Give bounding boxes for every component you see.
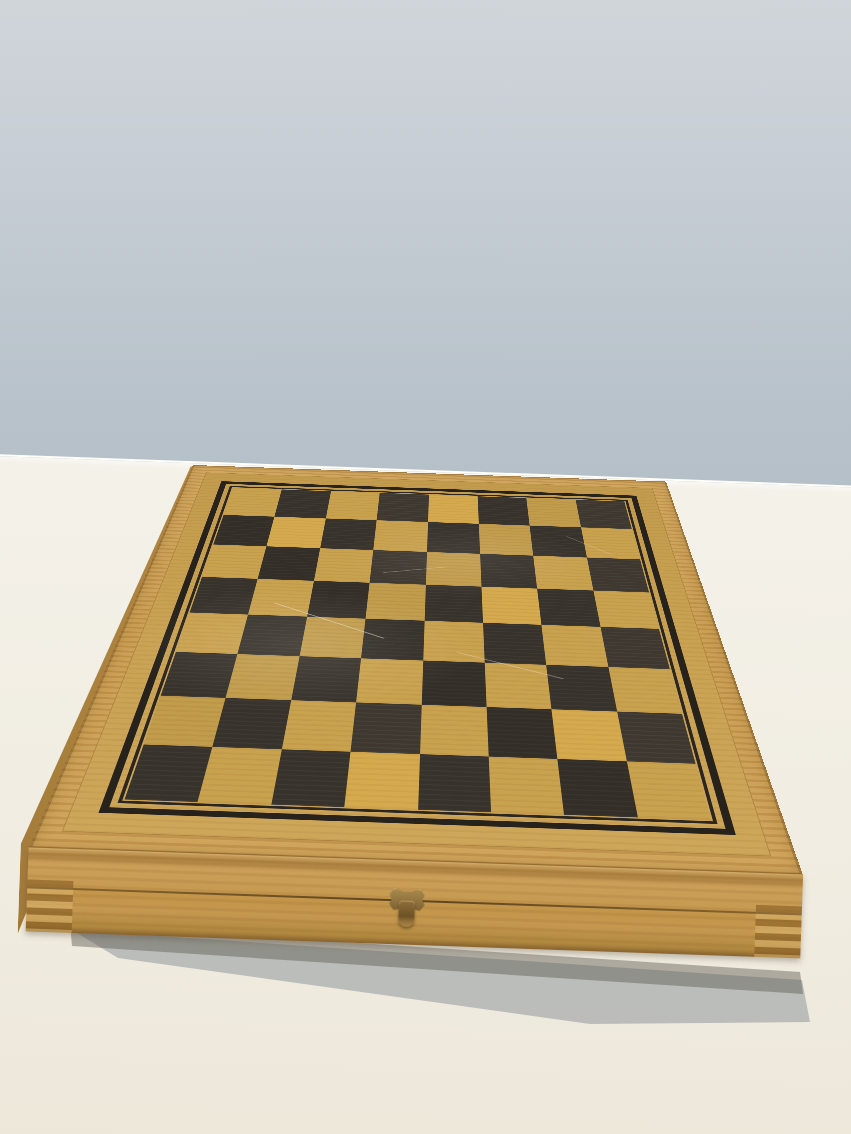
square-e7	[427, 522, 480, 554]
checkerboard-grid	[125, 488, 711, 820]
square-e2	[420, 705, 489, 757]
border-outer-stripe	[98, 481, 735, 835]
square-f4	[483, 623, 546, 665]
square-c6	[314, 548, 374, 583]
square-f3	[485, 663, 552, 710]
square-e8	[428, 495, 479, 524]
square-h6	[587, 558, 649, 593]
square-a4	[176, 613, 248, 655]
square-g4	[542, 625, 609, 667]
square-d2	[351, 702, 422, 754]
square-d8	[377, 493, 429, 522]
square-b1	[198, 747, 282, 805]
square-b4	[238, 615, 307, 657]
square-c4	[299, 617, 365, 659]
square-g5	[537, 589, 600, 627]
square-e3	[421, 661, 486, 707]
square-b8	[275, 489, 331, 518]
square-g2	[552, 709, 627, 761]
square-e1	[418, 754, 491, 812]
latch-hook	[398, 900, 415, 927]
square-e4	[423, 621, 485, 663]
square-f6	[480, 554, 537, 589]
square-h1	[627, 761, 711, 820]
square-d1	[344, 752, 419, 810]
square-g7	[530, 526, 587, 558]
square-e6	[426, 552, 482, 587]
wooden-rim	[29, 465, 804, 875]
square-h4	[600, 627, 670, 669]
square-c2	[282, 700, 357, 752]
square-a7	[213, 515, 274, 546]
brass-latch	[384, 888, 430, 936]
square-d4	[361, 619, 424, 661]
square-d3	[356, 658, 423, 704]
square-g6	[533, 556, 593, 591]
square-b2	[213, 698, 291, 749]
square-a6	[202, 544, 267, 578]
square-a3	[161, 652, 238, 698]
square-a5	[190, 577, 258, 615]
square-d7	[373, 520, 427, 552]
square-d6	[370, 550, 427, 585]
square-f8	[478, 496, 530, 525]
square-f1	[489, 757, 565, 815]
square-b7	[267, 517, 326, 549]
square-g1	[558, 759, 638, 817]
square-h7	[581, 527, 640, 559]
board-top-face	[29, 465, 804, 875]
square-c3	[291, 656, 361, 702]
square-b6	[258, 546, 320, 580]
square-c5	[307, 581, 370, 619]
square-g3	[546, 665, 616, 712]
scene	[0, 0, 851, 1134]
square-h3	[608, 667, 682, 714]
square-c7	[320, 518, 377, 550]
square-c1	[271, 749, 351, 807]
square-d5	[366, 583, 426, 621]
square-h2	[617, 712, 696, 764]
square-b5	[248, 579, 313, 617]
square-c8	[326, 491, 380, 520]
square-e5	[424, 585, 483, 623]
chess-box	[0, 0, 851, 1134]
square-f5	[481, 587, 541, 625]
board-surface	[62, 472, 772, 856]
square-h5	[593, 591, 659, 629]
square-b3	[226, 654, 300, 700]
square-f7	[479, 524, 534, 556]
square-a8	[224, 488, 282, 517]
border-inner-stripe	[118, 486, 718, 824]
square-h8	[575, 500, 631, 529]
square-f2	[486, 707, 557, 759]
square-g8	[526, 498, 580, 527]
